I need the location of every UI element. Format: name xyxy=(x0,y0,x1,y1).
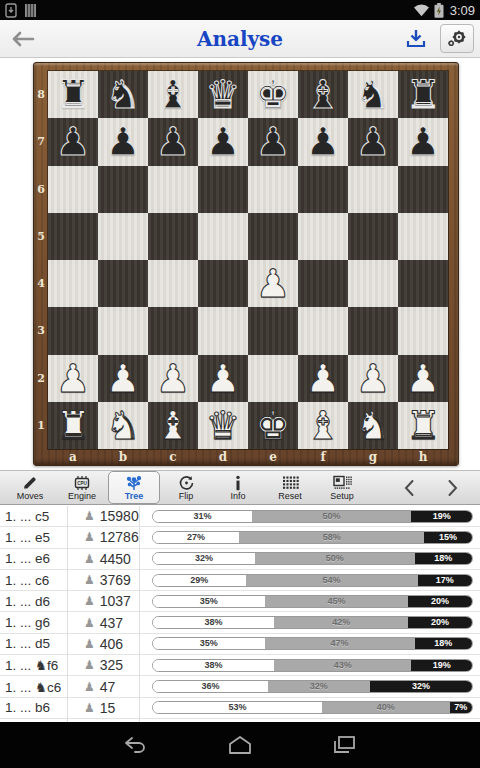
square-f1[interactable]: ♝ xyxy=(298,402,348,449)
white-piece: ♟ xyxy=(356,359,391,398)
result-stats-bar: 27%58%15% xyxy=(152,531,473,544)
pawn-icon: ♟ xyxy=(84,659,95,671)
back-arrow-icon xyxy=(11,31,35,47)
toolbar-button-info[interactable]: Info xyxy=(212,471,264,504)
square-f4[interactable] xyxy=(298,260,348,307)
square-a5[interactable] xyxy=(48,213,98,260)
cpu-icon: CPU xyxy=(72,475,92,491)
setup-icon xyxy=(333,475,352,491)
white-piece: ♟ xyxy=(206,359,241,398)
square-d3[interactable] xyxy=(198,307,248,354)
square-c1[interactable]: ♝ xyxy=(148,402,198,449)
result-stats-bar: 31%50%19% xyxy=(152,510,473,523)
toolbar-button-engine[interactable]: CPUEngine xyxy=(56,471,108,504)
move-label: 1. ... ♞f6 xyxy=(0,655,68,675)
square-c7[interactable]: ♟ xyxy=(148,118,198,165)
pawn-icon: ♟ xyxy=(84,510,95,522)
move-label: 1. ... c6 xyxy=(0,570,68,590)
white-piece: ♞ xyxy=(356,406,391,445)
toolbar: MovesCPUEngineTreeFlipInfoResetSetup xyxy=(0,470,480,505)
status-left-icons xyxy=(5,3,37,18)
black-percent: 18% xyxy=(415,553,472,564)
draw-percent: 54% xyxy=(246,575,418,586)
square-d1[interactable]: ♛ xyxy=(198,402,248,449)
games-count-cell: ♟406 xyxy=(68,634,140,654)
move-row[interactable]: 1. ... e6♟445032%50%18% xyxy=(0,549,480,570)
stats-bar-cell: 29%54%17% xyxy=(140,574,480,587)
square-d5[interactable] xyxy=(198,213,248,260)
move-label: 1. ... b6 xyxy=(0,698,68,718)
white-percent: 27% xyxy=(153,532,239,543)
square-a6[interactable] xyxy=(48,166,98,213)
file-label-e: e xyxy=(248,448,298,465)
square-f7[interactable]: ♟ xyxy=(298,118,348,165)
download-icon xyxy=(406,29,426,48)
move-label: 1. ... d5 xyxy=(0,634,68,654)
pawn-icon: ♟ xyxy=(84,553,95,565)
recents-nav-icon xyxy=(330,735,358,755)
file-labels: abcdefgh xyxy=(48,448,448,465)
board-squares: ♜♞♝♛♚♝♞♜♟♟♟♟♟♟♟♟♟♟♟♟♟♟♟♟♜♞♝♛♚♝♞♜ xyxy=(48,71,448,449)
square-g4[interactable] xyxy=(348,260,398,307)
white-piece: ♟ xyxy=(106,359,141,398)
black-percent: 15% xyxy=(424,532,472,543)
black-percent: 20% xyxy=(408,617,472,628)
square-d8[interactable]: ♛ xyxy=(198,71,248,118)
square-h5[interactable] xyxy=(398,213,448,260)
prev-move-button[interactable] xyxy=(394,471,424,504)
black-percent: 17% xyxy=(418,575,472,586)
toolbar-button-moves[interactable]: Moves xyxy=(4,471,56,504)
games-count: 437 xyxy=(100,615,123,631)
rank-label-7: 7 xyxy=(34,118,48,165)
move-label: 1. ... d6 xyxy=(0,591,68,611)
result-stats-bar: 38%42%20% xyxy=(152,616,473,629)
black-piece: ♞ xyxy=(356,75,391,114)
black-percent: 20% xyxy=(408,596,472,607)
square-h6[interactable] xyxy=(398,166,448,213)
games-count: 1037 xyxy=(100,593,131,609)
square-e4[interactable]: ♟ xyxy=(248,260,298,307)
black-piece: ♝ xyxy=(306,75,341,114)
next-move-button[interactable] xyxy=(438,471,468,504)
square-d6[interactable] xyxy=(198,166,248,213)
stats-bar-cell: 35%45%20% xyxy=(140,595,480,608)
move-label: 1. ... e5 xyxy=(0,527,68,547)
pawn-icon: ♟ xyxy=(84,638,95,650)
square-b6[interactable] xyxy=(98,166,148,213)
white-percent: 31% xyxy=(153,511,252,522)
white-piece: ♟ xyxy=(256,264,291,303)
rank-labels: 87654321 xyxy=(34,71,48,449)
black-piece: ♟ xyxy=(256,122,291,161)
games-count: 406 xyxy=(100,636,123,652)
white-piece: ♜ xyxy=(406,406,441,445)
draw-percent: 32% xyxy=(268,681,370,692)
square-g5[interactable] xyxy=(348,213,398,260)
square-g8[interactable]: ♞ xyxy=(348,71,398,118)
draw-percent: 47% xyxy=(265,638,415,649)
move-row[interactable]: 1. ... d6♟103735%45%20% xyxy=(0,591,480,612)
grid-icon xyxy=(282,475,299,491)
result-stats-bar: 29%54%17% xyxy=(152,574,473,587)
pawn-icon: ♟ xyxy=(84,531,95,543)
battery-charging-icon xyxy=(434,3,444,18)
file-label-b: b xyxy=(98,448,148,465)
back-nav-icon xyxy=(122,735,150,755)
square-a1[interactable]: ♜ xyxy=(48,402,98,449)
toolbar-button-setup[interactable]: Setup xyxy=(316,471,368,504)
square-h2[interactable]: ♟ xyxy=(398,355,448,402)
games-count-cell: ♟47 xyxy=(68,676,140,696)
white-piece: ♝ xyxy=(156,406,191,445)
toolbar-label: Moves xyxy=(17,492,44,501)
move-row[interactable]: 1. ... g6♟43738%42%20% xyxy=(0,612,480,633)
black-piece: ♟ xyxy=(406,122,441,161)
file-label-d: d xyxy=(198,448,248,465)
square-c8[interactable]: ♝ xyxy=(148,71,198,118)
square-g1[interactable]: ♞ xyxy=(348,402,398,449)
black-piece: ♟ xyxy=(56,122,91,161)
stats-bar-cell: 32%50%18% xyxy=(140,552,480,565)
svg-text:CPU: CPU xyxy=(77,481,87,486)
square-c4[interactable] xyxy=(148,260,198,307)
download-button[interactable] xyxy=(401,24,431,54)
square-h8[interactable]: ♜ xyxy=(398,71,448,118)
rank-label-5: 5 xyxy=(34,213,48,260)
square-d7[interactable]: ♟ xyxy=(198,118,248,165)
settings-button[interactable] xyxy=(440,24,474,53)
black-piece: ♝ xyxy=(156,75,191,114)
games-count: 12786 xyxy=(100,529,139,545)
square-f3[interactable] xyxy=(298,307,348,354)
square-g6[interactable] xyxy=(348,166,398,213)
square-a2[interactable]: ♟ xyxy=(48,355,98,402)
result-stats-bar: 36%32%32% xyxy=(152,680,473,693)
pawn-icon: ♟ xyxy=(84,702,95,714)
move-label: 1. ... g6 xyxy=(0,612,68,632)
games-count-cell: ♟12786 xyxy=(68,527,140,547)
result-stats-bar: 35%45%20% xyxy=(152,595,473,608)
nav-back-button[interactable] xyxy=(116,725,156,765)
black-piece: ♞ xyxy=(106,75,141,114)
games-count: 15980 xyxy=(100,508,139,524)
rank-label-3: 3 xyxy=(34,307,48,354)
white-piece: ♝ xyxy=(306,406,341,445)
toolbar-label: Tree xyxy=(125,492,144,501)
rank-label-8: 8 xyxy=(34,71,48,118)
games-count-cell: ♟1037 xyxy=(68,591,140,611)
back-button[interactable] xyxy=(0,20,46,58)
square-e7[interactable]: ♟ xyxy=(248,118,298,165)
clock-time: 3:09 xyxy=(448,3,475,18)
square-b4[interactable] xyxy=(98,260,148,307)
games-count: 4450 xyxy=(100,551,131,567)
stats-bar-cell: 31%50%19% xyxy=(140,510,480,523)
square-c2[interactable]: ♟ xyxy=(148,355,198,402)
games-count-cell: ♟437 xyxy=(68,612,140,632)
chevron-right-icon xyxy=(446,478,460,498)
black-piece: ♟ xyxy=(306,122,341,161)
move-row[interactable]: 1. ... c6♟376929%54%17% xyxy=(0,570,480,591)
move-row[interactable]: 1. ... c5♟1598031%50%19% xyxy=(0,506,480,527)
move-row[interactable]: 1. ... e5♟1278627%58%15% xyxy=(0,527,480,548)
black-piece: ♜ xyxy=(56,75,91,114)
games-count: 47 xyxy=(100,679,116,695)
square-b3[interactable] xyxy=(98,307,148,354)
draw-percent: 45% xyxy=(265,596,409,607)
rank-label-4: 4 xyxy=(34,260,48,307)
toolbar-label: Flip xyxy=(179,492,194,501)
white-piece: ♟ xyxy=(156,359,191,398)
square-h1[interactable]: ♜ xyxy=(398,402,448,449)
games-count: 325 xyxy=(100,657,123,673)
pawn-icon: ♟ xyxy=(84,595,95,607)
square-d4[interactable] xyxy=(198,260,248,307)
stats-bar-cell: 27%58%15% xyxy=(140,531,480,544)
white-percent: 38% xyxy=(153,660,274,671)
square-a4[interactable] xyxy=(48,260,98,307)
app-bar: Analyse xyxy=(0,20,480,58)
rank-label-1: 1 xyxy=(34,402,48,449)
white-piece: ♛ xyxy=(206,406,241,445)
white-percent: 36% xyxy=(153,681,268,692)
draw-percent: 50% xyxy=(252,511,412,522)
white-piece: ♜ xyxy=(56,406,91,445)
draw-percent: 40% xyxy=(322,702,450,713)
home-nav-icon xyxy=(226,735,254,755)
square-e8[interactable]: ♚ xyxy=(248,71,298,118)
white-percent: 32% xyxy=(153,553,255,564)
rotate-icon xyxy=(178,475,195,491)
file-label-f: f xyxy=(298,448,348,465)
black-piece: ♜ xyxy=(406,75,441,114)
black-piece: ♟ xyxy=(156,122,191,161)
pawn-icon: ♟ xyxy=(84,574,95,586)
square-g7[interactable]: ♟ xyxy=(348,118,398,165)
white-percent: 35% xyxy=(153,596,265,607)
square-f5[interactable] xyxy=(298,213,348,260)
square-a7[interactable]: ♟ xyxy=(48,118,98,165)
black-piece: ♟ xyxy=(206,122,241,161)
usb-icon xyxy=(5,3,17,18)
white-percent: 38% xyxy=(153,617,274,628)
chevron-left-icon xyxy=(402,478,416,498)
square-a8[interactable]: ♜ xyxy=(48,71,98,118)
stats-bar-cell: 36%32%32% xyxy=(140,680,480,693)
file-label-c: c xyxy=(148,448,198,465)
white-percent: 35% xyxy=(153,638,265,649)
android-nav-bar xyxy=(0,722,480,768)
games-count-cell: ♟4450 xyxy=(68,549,140,569)
black-percent: 7% xyxy=(450,702,472,713)
pencil-icon xyxy=(21,475,39,491)
toolbar-button-reset[interactable]: Reset xyxy=(264,471,316,504)
games-count: 15 xyxy=(100,700,116,716)
file-label-h: h xyxy=(398,448,448,465)
toolbar-button-tree[interactable]: Tree xyxy=(108,471,160,504)
games-count-cell: ♟15 xyxy=(68,698,140,718)
square-c6[interactable] xyxy=(148,166,198,213)
rank-label-2: 2 xyxy=(34,355,48,402)
square-h7[interactable]: ♟ xyxy=(398,118,448,165)
white-piece: ♟ xyxy=(306,359,341,398)
black-piece: ♟ xyxy=(356,122,391,161)
games-count-cell: ♟325 xyxy=(68,655,140,675)
toolbar-label: Setup xyxy=(330,492,354,501)
stats-bar-cell: 35%47%18% xyxy=(140,637,480,650)
move-label: 1. ... e6 xyxy=(0,549,68,569)
square-e1[interactable]: ♚ xyxy=(248,402,298,449)
result-stats-bar: 53%40%7% xyxy=(152,701,473,714)
white-piece: ♚ xyxy=(256,406,291,445)
square-f2[interactable]: ♟ xyxy=(298,355,348,402)
draw-percent: 50% xyxy=(255,553,415,564)
square-h4[interactable] xyxy=(398,260,448,307)
draw-percent: 58% xyxy=(239,532,424,543)
move-row[interactable]: 1. ... ♞f6♟32538%43%19% xyxy=(0,655,480,676)
pawn-icon: ♟ xyxy=(84,681,95,693)
gear-icon xyxy=(447,29,467,48)
move-row[interactable]: 1. ... ♞c6♟4736%32%32% xyxy=(0,676,480,697)
toolbar-button-flip[interactable]: Flip xyxy=(160,471,212,504)
square-e3[interactable] xyxy=(248,307,298,354)
board-area: 87654321 ♜♞♝♛♚♝♞♜♟♟♟♟♟♟♟♟♟♟♟♟♟♟♟♟♜♞♝♛♚♝♞… xyxy=(0,58,480,470)
move-label: 1. ... ♞c6 xyxy=(0,676,68,696)
stats-bar-cell: 53%40%7% xyxy=(140,701,480,714)
square-e6[interactable] xyxy=(248,166,298,213)
draw-percent: 42% xyxy=(274,617,408,628)
square-h3[interactable] xyxy=(398,307,448,354)
square-c5[interactable] xyxy=(148,213,198,260)
square-b1[interactable]: ♞ xyxy=(98,402,148,449)
rank-label-6: 6 xyxy=(34,166,48,213)
square-d2[interactable]: ♟ xyxy=(198,355,248,402)
square-e5[interactable] xyxy=(248,213,298,260)
black-percent: 19% xyxy=(411,660,472,671)
result-stats-bar: 32%50%18% xyxy=(152,552,473,565)
square-b5[interactable] xyxy=(98,213,148,260)
move-row[interactable]: 1. ... d5♟40635%47%18% xyxy=(0,634,480,655)
square-e2[interactable] xyxy=(248,355,298,402)
file-label-g: g xyxy=(348,448,398,465)
square-b7[interactable]: ♟ xyxy=(98,118,148,165)
info-icon xyxy=(234,475,242,491)
white-piece: ♞ xyxy=(106,406,141,445)
tree-icon xyxy=(125,475,143,491)
square-b2[interactable]: ♟ xyxy=(98,355,148,402)
black-piece: ♚ xyxy=(256,75,291,114)
square-f6[interactable] xyxy=(298,166,348,213)
sim-icon xyxy=(24,3,37,18)
move-row[interactable]: 1. ... b6♟1553%40%7% xyxy=(0,698,480,719)
stats-bar-cell: 38%43%19% xyxy=(140,659,480,672)
status-bar: 3:09 xyxy=(0,0,480,20)
white-piece: ♟ xyxy=(56,359,91,398)
square-c3[interactable] xyxy=(148,307,198,354)
screen: 3:09 Analyse xyxy=(0,0,480,768)
black-piece: ♟ xyxy=(106,122,141,161)
white-piece: ♟ xyxy=(406,359,441,398)
games-count-cell: ♟3769 xyxy=(68,570,140,590)
square-a3[interactable] xyxy=(48,307,98,354)
black-piece: ♛ xyxy=(206,75,241,114)
pawn-icon: ♟ xyxy=(84,617,95,629)
white-percent: 53% xyxy=(153,702,322,713)
result-stats-bar: 38%43%19% xyxy=(152,659,473,672)
black-percent: 32% xyxy=(370,681,472,692)
square-b8[interactable]: ♞ xyxy=(98,71,148,118)
wifi-icon xyxy=(413,4,430,17)
games-count-cell: ♟15980 xyxy=(68,506,140,526)
stats-bar-cell: 38%42%20% xyxy=(140,616,480,629)
move-label: 1. ... c5 xyxy=(0,506,68,526)
white-percent: 29% xyxy=(153,575,246,586)
result-stats-bar: 35%47%18% xyxy=(152,637,473,650)
nav-home-button[interactable] xyxy=(220,725,260,765)
square-g3[interactable] xyxy=(348,307,398,354)
file-label-a: a xyxy=(48,448,98,465)
draw-percent: 43% xyxy=(274,660,411,671)
games-count: 3769 xyxy=(100,572,131,588)
black-percent: 18% xyxy=(415,638,472,649)
square-f8[interactable]: ♝ xyxy=(298,71,348,118)
nav-recents-button[interactable] xyxy=(324,725,364,765)
toolbar-label: Reset xyxy=(278,492,302,501)
black-percent: 19% xyxy=(411,511,472,522)
square-g2[interactable]: ♟ xyxy=(348,355,398,402)
chess-board: 87654321 ♜♞♝♛♚♝♞♜♟♟♟♟♟♟♟♟♟♟♟♟♟♟♟♟♜♞♝♛♚♝♞… xyxy=(33,62,459,466)
toolbar-label: Info xyxy=(230,492,245,501)
toolbar-label: Engine xyxy=(68,492,96,501)
